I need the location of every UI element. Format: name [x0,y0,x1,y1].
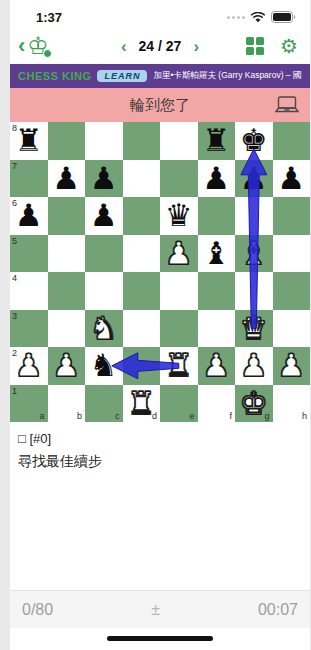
square-c1[interactable]: c [85,385,123,423]
square-c6[interactable]: ♟ [85,197,123,235]
instruction-text: 尋找最佳續步 [18,453,302,471]
square-f4[interactable] [198,272,236,310]
file-label: f [229,411,232,421]
square-e8[interactable] [160,122,198,160]
wifi-icon [250,12,266,23]
square-f1[interactable]: f [198,385,236,423]
square-e6[interactable]: ♛ [160,197,198,235]
square-f7[interactable]: ♟ [198,160,236,198]
puzzle-list-icon[interactable] [246,37,264,55]
square-b3[interactable] [48,310,86,348]
rank-label: 8 [12,123,17,133]
square-f6[interactable] [198,197,236,235]
piece-black-pawn[interactable]: ♟ [85,160,123,198]
square-c5[interactable] [85,235,123,273]
piece-white-pawn[interactable]: ♟ [273,347,311,385]
file-label: g [264,411,269,421]
square-c4[interactable] [85,272,123,310]
file-label: a [39,411,44,421]
app-screen: 1:37 ‹ ♔ ‹ 24 / 27 › ⚙ CHESS KING LE [10,0,310,650]
square-g6[interactable] [235,197,273,235]
piece-black-pawn[interactable]: ♟ [273,160,311,198]
computer-mode-icon[interactable] [274,96,300,118]
file-label: c [115,411,120,421]
turn-banner: 輪到您了 [10,88,310,122]
square-e2[interactable]: ♜ [160,347,198,385]
square-b4[interactable] [48,272,86,310]
chess-king-logo-icon[interactable]: ♔ [27,34,49,58]
logo-badge [43,49,52,58]
piece-black-king[interactable]: ♚ [235,122,273,160]
square-c7[interactable]: ♟ [85,160,123,198]
square-g8[interactable]: ♚ [235,122,273,160]
score-counter: 0/80 [22,601,53,619]
square-h1[interactable]: h [273,385,311,423]
square-b5[interactable] [48,235,86,273]
square-d4[interactable] [123,272,161,310]
next-puzzle-button[interactable]: › [193,38,199,55]
square-a2[interactable]: 2♟ [10,347,48,385]
settings-gear-icon[interactable]: ⚙ [280,36,298,56]
piece-white-rook[interactable]: ♜ [160,347,198,385]
square-d8[interactable] [123,122,161,160]
square-b2[interactable]: ♟ [48,347,86,385]
square-e4[interactable] [160,272,198,310]
piece-white-pawn[interactable]: ♟ [235,347,273,385]
home-indicator[interactable] [107,636,213,641]
square-e5[interactable]: ♟ [160,235,198,273]
square-h2[interactable]: ♟ [273,347,311,385]
square-g2[interactable]: ♟ [235,347,273,385]
puzzle-counter: 24 / 27 [139,38,182,54]
side-to-move-indicator: □ [#0] [18,431,302,446]
nav-bar: ‹ ♔ ‹ 24 / 27 › ⚙ [10,28,310,64]
status-bar: 1:37 [10,0,310,28]
square-d7[interactable] [123,160,161,198]
piece-white-pawn[interactable]: ♟ [198,347,236,385]
square-a1[interactable]: 1a [10,385,48,423]
file-label: b [77,411,82,421]
square-b1[interactable]: b [48,385,86,423]
rank-label: 2 [12,348,17,358]
piece-black-pawn[interactable]: ♟ [198,160,236,198]
brand-chess-king: CHESS KING [18,70,91,82]
timer: 00:07 [258,601,298,619]
square-e1[interactable]: e [160,385,198,423]
square-a4[interactable]: 4 [10,272,48,310]
square-e7[interactable] [160,160,198,198]
file-label: e [189,411,194,421]
bottom-toolbar: 0/80 ± 00:07 [10,590,310,628]
square-a6[interactable]: 6♟ [10,197,48,235]
file-label: h [302,411,307,421]
square-d1[interactable]: d♜ [123,385,161,423]
chess-board-area: 8♜♜♚7♟♟♟♟♟6♟♟♛5♟♝♝43♞♛2♟♟♞♜♟♟♟1abcd♜efg♚… [10,122,310,422]
rank-label: 4 [12,273,17,283]
rank-label: 1 [12,386,17,396]
square-b8[interactable] [48,122,86,160]
square-a8[interactable]: 8♜ [10,122,48,160]
rank-label: 5 [12,236,17,246]
rank-label: 3 [12,311,17,321]
square-b6[interactable] [48,197,86,235]
square-d6[interactable] [123,197,161,235]
piece-black-pawn[interactable]: ♟ [48,160,86,198]
square-f5[interactable]: ♝ [198,235,236,273]
puzzle-info: □ [#0] 尋找最佳續步 [10,422,310,471]
square-f2[interactable]: ♟ [198,347,236,385]
square-h3[interactable] [273,310,311,348]
piece-black-bishop[interactable]: ♝ [198,235,236,273]
rank-label: 7 [12,161,17,171]
square-d2[interactable] [123,347,161,385]
file-label: d [152,411,157,421]
evaluation-symbol[interactable]: ± [151,601,160,619]
piece-black-pawn[interactable]: ♟ [235,160,273,198]
square-d3[interactable] [123,310,161,348]
square-c2[interactable]: ♞ [85,347,123,385]
course-header: CHESS KING LEARN 加里•卡斯帕羅夫 (Garry Kasparo… [10,64,310,88]
prev-puzzle-button[interactable]: ‹ [121,38,127,55]
piece-white-bishop[interactable]: ♝ [235,235,273,273]
battery-icon [271,11,296,23]
square-g1[interactable]: g♚ [235,385,273,423]
square-g4[interactable] [235,272,273,310]
back-icon[interactable]: ‹ [18,35,25,57]
piece-white-queen[interactable]: ♛ [235,310,273,348]
course-title: 加里•卡斯帕羅夫 (Garry Kasparov) – 國際象棋冠軍 [153,70,302,82]
square-d5[interactable] [123,235,161,273]
square-a7[interactable]: 7 [10,160,48,198]
square-h8[interactable] [273,122,311,160]
square-h4[interactable] [273,272,311,310]
square-a3[interactable]: 3 [10,310,48,348]
square-h7[interactable]: ♟ [273,160,311,198]
piece-black-queen[interactable]: ♛ [160,197,198,235]
piece-black-pawn[interactable]: ♟ [85,197,123,235]
square-g7[interactable]: ♟ [235,160,273,198]
learn-badge: LEARN [97,70,147,82]
piece-black-knight[interactable]: ♞ [85,347,123,385]
square-b7[interactable]: ♟ [48,160,86,198]
clock: 1:37 [36,10,62,25]
square-a5[interactable]: 5 [10,235,48,273]
square-g5[interactable]: ♝ [235,235,273,273]
square-c8[interactable] [85,122,123,160]
rank-label: 6 [12,198,17,208]
piece-black-rook[interactable]: ♜ [198,122,236,160]
piece-white-pawn[interactable]: ♟ [48,347,86,385]
square-e3[interactable] [160,310,198,348]
chess-board[interactable]: 8♜♜♚7♟♟♟♟♟6♟♟♛5♟♝♝43♞♛2♟♟♞♜♟♟♟1abcd♜efg♚… [10,122,310,422]
square-c3[interactable]: ♞ [85,310,123,348]
square-h5[interactable] [273,235,311,273]
square-g3[interactable]: ♛ [235,310,273,348]
square-f8[interactable]: ♜ [198,122,236,160]
turn-text: 輪到您了 [130,96,190,115]
cellular-signal-icon [227,16,245,19]
square-h6[interactable] [273,197,311,235]
square-f3[interactable] [198,310,236,348]
piece-white-knight[interactable]: ♞ [85,310,123,348]
piece-white-pawn[interactable]: ♟ [160,235,198,273]
